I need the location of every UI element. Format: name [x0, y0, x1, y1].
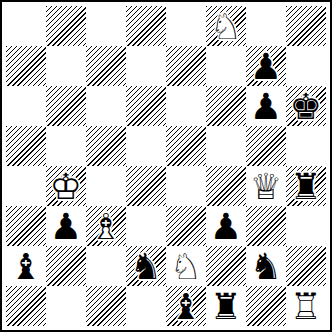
square-h1[interactable]: ♜♖ [286, 286, 326, 326]
square-f3[interactable]: ♟♟ [206, 206, 246, 246]
square-c7[interactable] [86, 46, 126, 86]
square-c8[interactable] [86, 6, 126, 46]
square-c5[interactable] [86, 126, 126, 166]
piece-glyph: ♕ [246, 166, 286, 206]
square-h2[interactable] [286, 246, 326, 286]
square-f2[interactable] [206, 246, 246, 286]
piece-glyph: ♞ [246, 246, 286, 286]
square-g5[interactable] [246, 126, 286, 166]
square-f7[interactable] [206, 46, 246, 86]
piece-black-bishop-e1[interactable]: ♝♝ [166, 286, 206, 326]
square-c2[interactable] [86, 246, 126, 286]
piece-glyph: ♖ [286, 286, 326, 326]
square-e5[interactable] [166, 126, 206, 166]
piece-glyph: ♟ [246, 86, 286, 126]
piece-black-pawn-g7[interactable]: ♟♟ [246, 46, 286, 86]
square-e7[interactable] [166, 46, 206, 86]
square-g3[interactable] [246, 206, 286, 246]
piece-black-bishop-a2[interactable]: ♝♝ [6, 246, 46, 286]
square-c4[interactable] [86, 166, 126, 206]
piece-glyph: ♟ [46, 206, 86, 246]
square-e2[interactable]: ♞♘ [166, 246, 206, 286]
piece-glyph: ♔ [46, 166, 86, 206]
chess-board: ♞♘♟♟♟♟♚♚♚♔♛♕♜♜♟♟♝♗♟♟♝♝♞♞♞♘♞♞♝♝♜♜♜♖ [6, 6, 326, 326]
piece-white-rook-h1[interactable]: ♜♖ [286, 286, 326, 326]
square-h3[interactable] [286, 206, 326, 246]
square-b1[interactable] [46, 286, 86, 326]
piece-glyph: ♜ [286, 166, 326, 206]
square-b4[interactable]: ♚♔ [46, 166, 86, 206]
piece-white-knight-f8[interactable]: ♞♘ [206, 6, 246, 46]
square-e1[interactable]: ♝♝ [166, 286, 206, 326]
square-a3[interactable] [6, 206, 46, 246]
square-a7[interactable] [6, 46, 46, 86]
square-b3[interactable]: ♟♟ [46, 206, 86, 246]
square-d1[interactable] [126, 286, 166, 326]
piece-black-rook-f1[interactable]: ♜♜ [206, 286, 246, 326]
square-b6[interactable] [46, 86, 86, 126]
piece-black-pawn-b3[interactable]: ♟♟ [46, 206, 86, 246]
square-g2[interactable]: ♞♞ [246, 246, 286, 286]
square-d5[interactable] [126, 126, 166, 166]
square-g4[interactable]: ♛♕ [246, 166, 286, 206]
square-b8[interactable] [46, 6, 86, 46]
square-a1[interactable] [6, 286, 46, 326]
piece-white-knight-e2[interactable]: ♞♘ [166, 246, 206, 286]
piece-black-pawn-f3[interactable]: ♟♟ [206, 206, 246, 246]
square-a4[interactable] [6, 166, 46, 206]
square-h8[interactable] [286, 6, 326, 46]
piece-glyph: ♝ [166, 286, 206, 326]
square-e6[interactable] [166, 86, 206, 126]
diagram-frame: ♞♘♟♟♟♟♚♚♚♔♛♕♜♜♟♟♝♗♟♟♝♝♞♞♞♘♞♞♝♝♜♜♜♖ [0, 0, 332, 332]
square-b7[interactable] [46, 46, 86, 86]
square-e8[interactable] [166, 6, 206, 46]
square-d8[interactable] [126, 6, 166, 46]
piece-glyph: ♘ [166, 246, 206, 286]
square-d7[interactable] [126, 46, 166, 86]
piece-black-knight-d2[interactable]: ♞♞ [126, 246, 166, 286]
piece-white-king-b4[interactable]: ♚♔ [46, 166, 86, 206]
piece-glyph: ♜ [206, 286, 246, 326]
piece-glyph: ♟ [246, 46, 286, 86]
piece-glyph: ♚ [286, 86, 326, 126]
square-f8[interactable]: ♞♘ [206, 6, 246, 46]
piece-black-pawn-g6[interactable]: ♟♟ [246, 86, 286, 126]
piece-black-knight-g2[interactable]: ♞♞ [246, 246, 286, 286]
square-a5[interactable] [6, 126, 46, 166]
square-d4[interactable] [126, 166, 166, 206]
square-g7[interactable]: ♟♟ [246, 46, 286, 86]
square-d6[interactable] [126, 86, 166, 126]
square-c3[interactable]: ♝♗ [86, 206, 126, 246]
square-g6[interactable]: ♟♟ [246, 86, 286, 126]
square-g8[interactable] [246, 6, 286, 46]
square-a8[interactable] [6, 6, 46, 46]
square-c1[interactable] [86, 286, 126, 326]
piece-white-bishop-c3[interactable]: ♝♗ [86, 206, 126, 246]
square-c6[interactable] [86, 86, 126, 126]
square-b2[interactable] [46, 246, 86, 286]
piece-glyph: ♗ [86, 206, 126, 246]
square-a2[interactable]: ♝♝ [6, 246, 46, 286]
square-f5[interactable] [206, 126, 246, 166]
square-d3[interactable] [126, 206, 166, 246]
piece-white-queen-g4[interactable]: ♛♕ [246, 166, 286, 206]
piece-glyph: ♞ [126, 246, 166, 286]
square-g1[interactable] [246, 286, 286, 326]
square-f1[interactable]: ♜♜ [206, 286, 246, 326]
square-h4[interactable]: ♜♜ [286, 166, 326, 206]
square-f6[interactable] [206, 86, 246, 126]
piece-black-rook-h4[interactable]: ♜♜ [286, 166, 326, 206]
square-e4[interactable] [166, 166, 206, 206]
square-b5[interactable] [46, 126, 86, 166]
piece-black-king-h6[interactable]: ♚♚ [286, 86, 326, 126]
square-h5[interactable] [286, 126, 326, 166]
piece-glyph: ♝ [6, 246, 46, 286]
square-h7[interactable] [286, 46, 326, 86]
square-h6[interactable]: ♚♚ [286, 86, 326, 126]
square-a6[interactable] [6, 86, 46, 126]
square-d2[interactable]: ♞♞ [126, 246, 166, 286]
piece-glyph: ♟ [206, 206, 246, 246]
square-f4[interactable] [206, 166, 246, 206]
piece-glyph: ♘ [206, 6, 246, 46]
square-e3[interactable] [166, 206, 206, 246]
